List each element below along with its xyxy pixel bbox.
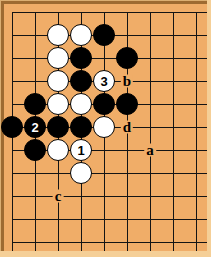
black-stone [116, 93, 138, 115]
black-stone [70, 47, 92, 69]
letter-marker-b: b [121, 75, 133, 88]
letter-marker-d: d [121, 121, 133, 134]
white-stone [47, 70, 69, 92]
grid-line-horizontal [12, 58, 207, 59]
grid-line-horizontal [12, 196, 207, 197]
black-stone [24, 93, 46, 115]
white-stone [93, 116, 115, 138]
white-stone [47, 24, 69, 46]
black-stone [24, 139, 46, 161]
grid-line-vertical [150, 12, 151, 251]
white-stone [47, 139, 69, 161]
white-stone [47, 47, 69, 69]
black-stone [1, 116, 23, 138]
black-stone-2: 2 [24, 116, 46, 138]
go-diagram: 321bdac [0, 0, 211, 257]
grid-line-vertical [196, 12, 197, 251]
grid-line-vertical [173, 12, 174, 251]
black-stone [116, 47, 138, 69]
stone-label: 1 [77, 144, 84, 157]
black-stone [93, 24, 115, 46]
white-stone [47, 93, 69, 115]
grid-line-horizontal [12, 12, 207, 13]
go-board: 321bdac [0, 0, 207, 251]
white-stone-1: 1 [70, 139, 92, 161]
black-stone [47, 116, 69, 138]
grid-line-horizontal [12, 219, 207, 220]
white-stone [70, 93, 92, 115]
white-stone [70, 162, 92, 184]
white-stone [70, 24, 92, 46]
board-surface: 321bdac [1, 1, 207, 251]
letter-marker-a: a [144, 144, 156, 157]
grid-line-horizontal [12, 173, 207, 174]
grid-line-horizontal [12, 242, 207, 243]
letter-marker-c: c [53, 190, 64, 203]
white-stone-3: 3 [93, 70, 115, 92]
black-stone [70, 116, 92, 138]
stone-label: 3 [100, 75, 107, 88]
black-stone [93, 93, 115, 115]
stone-label: 2 [31, 121, 38, 134]
black-stone [70, 70, 92, 92]
